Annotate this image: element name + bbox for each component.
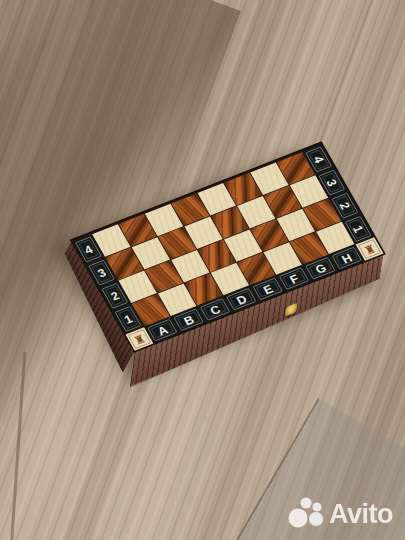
rank-label-text: 2	[109, 289, 121, 302]
file-label-text: B	[182, 313, 196, 327]
rank-label-text: 3	[96, 266, 108, 279]
rank-label-text: 2	[338, 201, 353, 211]
brass-clasp	[285, 303, 298, 317]
avito-watermark-text: Avito	[329, 499, 393, 530]
file-label-text: F	[288, 272, 301, 285]
file-label-text: E	[261, 282, 275, 295]
file-label-text: C	[208, 303, 222, 317]
photo-scene: 44332211♜ABCDEFGH♜ Avito	[0, 0, 405, 540]
rook-logo-icon: ♜	[131, 332, 147, 346]
rank-label-text: 3	[324, 178, 339, 188]
file-label-text: H	[340, 251, 354, 265]
rank-label-text: 1	[122, 313, 134, 326]
rook-logo-icon: ♜	[361, 242, 377, 256]
rank-label-text: 4	[82, 243, 94, 256]
file-label-text: G	[313, 261, 328, 275]
rank-label-text: 4	[311, 154, 326, 164]
file-label-text: A	[155, 323, 169, 337]
rank-label-text: 1	[351, 224, 366, 234]
avito-watermark: Avito	[286, 494, 393, 534]
avito-logo	[286, 494, 328, 534]
file-label-text: D	[234, 292, 248, 306]
